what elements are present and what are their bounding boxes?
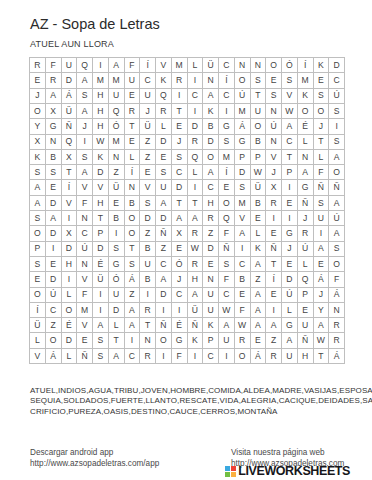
grid-cell-r6-c16[interactable]: N: [265, 134, 281, 149]
grid-cell-r16-c17[interactable]: Ú: [281, 287, 297, 302]
grid-cell-r12-c9[interactable]: Ñ: [155, 225, 171, 240]
grid-cell-r12-c15[interactable]: L: [250, 225, 266, 240]
grid-cell-r15-c20[interactable]: F: [328, 271, 344, 286]
grid-cell-r1-c4[interactable]: Q: [76, 57, 92, 72]
grid-cell-r12-c10[interactable]: X: [171, 225, 187, 240]
grid-cell-r11-c5[interactable]: T: [92, 210, 108, 225]
grid-cell-r16-c6[interactable]: U: [108, 287, 124, 302]
grid-cell-r8-c7[interactable]: Í: [124, 164, 140, 179]
grid-cell-r14-c11[interactable]: R: [187, 256, 203, 271]
grid-cell-r9-c14[interactable]: S: [234, 179, 250, 194]
grid-cell-r18-c11[interactable]: Ñ: [187, 317, 203, 332]
grid-cell-r7-c9[interactable]: E: [155, 149, 171, 164]
grid-cell-r18-c19[interactable]: A: [313, 317, 329, 332]
grid-cell-r9-c3[interactable]: Í: [61, 179, 77, 194]
grid-cell-r18-c7[interactable]: A: [124, 317, 140, 332]
grid-cell-r12-c2[interactable]: D: [45, 225, 61, 240]
grid-cell-r19-c1[interactable]: L: [29, 332, 45, 347]
grid-cell-r20-c19[interactable]: T: [313, 348, 329, 363]
grid-cell-r7-c10[interactable]: S: [171, 149, 187, 164]
grid-cell-r19-c15[interactable]: E: [250, 332, 266, 347]
grid-cell-r12-c1[interactable]: O: [29, 225, 45, 240]
grid-cell-r14-c12[interactable]: E: [202, 256, 218, 271]
grid-cell-r5-c11[interactable]: D: [187, 118, 203, 133]
grid-cell-r7-c3[interactable]: X: [61, 149, 77, 164]
grid-cell-r20-c17[interactable]: U: [281, 348, 297, 363]
grid-cell-r20-c16[interactable]: R: [265, 348, 281, 363]
grid-cell-r4-c3[interactable]: Ü: [61, 103, 77, 118]
grid-cell-r8-c8[interactable]: E: [139, 164, 155, 179]
grid-cell-r3-c1[interactable]: J: [29, 88, 45, 103]
grid-cell-r13-c1[interactable]: P: [29, 241, 45, 256]
grid-cell-r3-c7[interactable]: E: [124, 88, 140, 103]
grid-cell-r14-c16[interactable]: T: [265, 256, 281, 271]
grid-cell-r19-c14[interactable]: R: [234, 332, 250, 347]
grid-cell-r9-c15[interactable]: Ü: [250, 179, 266, 194]
grid-cell-r17-c8[interactable]: R: [139, 302, 155, 317]
grid-cell-r1-c11[interactable]: L: [187, 57, 203, 72]
grid-cell-r4-c9[interactable]: R: [155, 103, 171, 118]
grid-cell-r6-c9[interactable]: D: [155, 134, 171, 149]
grid-cell-r4-c5[interactable]: H: [92, 103, 108, 118]
grid-cell-r6-c14[interactable]: G: [234, 134, 250, 149]
grid-cell-r13-c5[interactable]: D: [92, 241, 108, 256]
grid-cell-r5-c16[interactable]: Ú: [265, 118, 281, 133]
grid-cell-r13-c8[interactable]: B: [139, 241, 155, 256]
grid-cell-r13-c13[interactable]: Ñ: [218, 241, 234, 256]
grid-cell-r10-c16[interactable]: R: [265, 195, 281, 210]
grid-cell-r6-c4[interactable]: I: [76, 134, 92, 149]
grid-cell-r1-c14[interactable]: N: [234, 57, 250, 72]
grid-cell-r16-c15[interactable]: A: [250, 287, 266, 302]
grid-cell-r19-c2[interactable]: O: [45, 332, 61, 347]
grid-cell-r16-c4[interactable]: F: [76, 287, 92, 302]
grid-cell-r1-c6[interactable]: A: [108, 57, 124, 72]
grid-cell-r16-c9[interactable]: D: [155, 287, 171, 302]
grid-cell-r13-c11[interactable]: W: [187, 241, 203, 256]
grid-cell-r5-c10[interactable]: E: [171, 118, 187, 133]
grid-cell-r3-c19[interactable]: S: [313, 88, 329, 103]
grid-cell-r18-c18[interactable]: U: [297, 317, 313, 332]
grid-cell-r7-c6[interactable]: N: [108, 149, 124, 164]
grid-cell-r17-c12[interactable]: U: [202, 302, 218, 317]
grid-cell-r10-c10[interactable]: T: [171, 195, 187, 210]
grid-cell-r8-c15[interactable]: W: [250, 164, 266, 179]
grid-cell-r7-c5[interactable]: K: [92, 149, 108, 164]
grid-cell-r6-c7[interactable]: E: [124, 134, 140, 149]
grid-cell-r2-c4[interactable]: A: [76, 72, 92, 87]
grid-cell-r1-c1[interactable]: R: [29, 57, 45, 72]
grid-cell-r2-c10[interactable]: R: [171, 72, 187, 87]
grid-cell-r9-c10[interactable]: D: [171, 179, 187, 194]
grid-cell-r8-c16[interactable]: J: [265, 164, 281, 179]
grid-cell-r7-c4[interactable]: S: [76, 149, 92, 164]
grid-cell-r13-c9[interactable]: Z: [155, 241, 171, 256]
grid-cell-r19-c5[interactable]: S: [92, 332, 108, 347]
grid-cell-r12-c11[interactable]: R: [187, 225, 203, 240]
grid-cell-r9-c1[interactable]: A: [29, 179, 45, 194]
grid-cell-r16-c2[interactable]: Ú: [45, 287, 61, 302]
grid-cell-r19-c7[interactable]: I: [124, 332, 140, 347]
grid-cell-r16-c20[interactable]: Á: [328, 287, 344, 302]
grid-cell-r15-c4[interactable]: V: [76, 271, 92, 286]
grid-cell-r16-c19[interactable]: J: [313, 287, 329, 302]
grid-cell-r15-c17[interactable]: D: [281, 271, 297, 286]
grid-cell-r9-c17[interactable]: I: [281, 179, 297, 194]
grid-cell-r14-c19[interactable]: E: [313, 256, 329, 271]
grid-cell-r13-c20[interactable]: S: [328, 241, 344, 256]
grid-cell-r1-c16[interactable]: O: [265, 57, 281, 72]
grid-cell-r6-c1[interactable]: X: [29, 134, 45, 149]
grid-cell-r15-c1[interactable]: E: [29, 271, 45, 286]
grid-cell-r13-c4[interactable]: Ú: [76, 241, 92, 256]
grid-cell-r2-c13[interactable]: Í: [218, 72, 234, 87]
grid-cell-r15-c10[interactable]: J: [171, 271, 187, 286]
grid-cell-r3-c16[interactable]: S: [265, 88, 281, 103]
grid-cell-r15-c15[interactable]: Z: [250, 271, 266, 286]
grid-cell-r2-c17[interactable]: S: [281, 72, 297, 87]
grid-cell-r14-c8[interactable]: U: [139, 256, 155, 271]
grid-cell-r20-c11[interactable]: I: [187, 348, 203, 363]
grid-cell-r3-c4[interactable]: S: [76, 88, 92, 103]
grid-cell-r16-c14[interactable]: E: [234, 287, 250, 302]
grid-cell-r8-c1[interactable]: S: [29, 164, 45, 179]
grid-cell-r14-c10[interactable]: Ó: [171, 256, 187, 271]
grid-cell-r10-c15[interactable]: B: [250, 195, 266, 210]
grid-cell-r8-c19[interactable]: F: [313, 164, 329, 179]
grid-cell-r1-c18[interactable]: Í: [297, 57, 313, 72]
grid-cell-r11-c6[interactable]: B: [108, 210, 124, 225]
grid-cell-r20-c13[interactable]: I: [218, 348, 234, 363]
grid-cell-r6-c13[interactable]: S: [218, 134, 234, 149]
grid-cell-r2-c15[interactable]: S: [250, 72, 266, 87]
grid-cell-r3-c20[interactable]: Ú: [328, 88, 344, 103]
grid-cell-r11-c10[interactable]: A: [171, 210, 187, 225]
grid-cell-r8-c2[interactable]: S: [45, 164, 61, 179]
grid-cell-r11-c20[interactable]: Ú: [328, 210, 344, 225]
grid-cell-r6-c20[interactable]: S: [328, 134, 344, 149]
grid-cell-r7-c17[interactable]: T: [281, 149, 297, 164]
grid-cell-r6-c8[interactable]: Z: [139, 134, 155, 149]
grid-cell-r11-c13[interactable]: Q: [218, 210, 234, 225]
grid-cell-r10-c14[interactable]: M: [234, 195, 250, 210]
grid-cell-r11-c3[interactable]: I: [61, 210, 77, 225]
grid-cell-r10-c5[interactable]: H: [92, 195, 108, 210]
grid-cell-r14-c20[interactable]: O: [328, 256, 344, 271]
grid-cell-r18-c17[interactable]: G: [281, 317, 297, 332]
grid-cell-r5-c2[interactable]: G: [45, 118, 61, 133]
grid-cell-r19-c6[interactable]: T: [108, 332, 124, 347]
grid-cell-r18-c3[interactable]: É: [61, 317, 77, 332]
grid-cell-r20-c18[interactable]: H: [297, 348, 313, 363]
grid-cell-r11-c19[interactable]: U: [313, 210, 329, 225]
grid-cell-r1-c20[interactable]: D: [328, 57, 344, 72]
grid-cell-r13-c7[interactable]: T: [124, 241, 140, 256]
grid-cell-r1-c17[interactable]: Ó: [281, 57, 297, 72]
grid-cell-r7-c13[interactable]: M: [218, 149, 234, 164]
grid-cell-r4-c7[interactable]: R: [124, 103, 140, 118]
grid-cell-r7-c14[interactable]: P: [234, 149, 250, 164]
grid-cell-r17-c6[interactable]: D: [108, 302, 124, 317]
grid-cell-r19-c20[interactable]: R: [328, 332, 344, 347]
grid-cell-r8-c13[interactable]: Í: [218, 164, 234, 179]
grid-cell-r4-c12[interactable]: K: [202, 103, 218, 118]
grid-cell-r9-c6[interactable]: Ü: [108, 179, 124, 194]
grid-cell-r20-c5[interactable]: S: [92, 348, 108, 363]
grid-cell-r12-c8[interactable]: Z: [139, 225, 155, 240]
grid-cell-r11-c9[interactable]: D: [155, 210, 171, 225]
grid-cell-r13-c3[interactable]: D: [61, 241, 77, 256]
grid-cell-r11-c12[interactable]: R: [202, 210, 218, 225]
grid-cell-r15-c19[interactable]: Á: [313, 271, 329, 286]
grid-cell-r20-c4[interactable]: Ñ: [76, 348, 92, 363]
grid-cell-r20-c14[interactable]: O: [234, 348, 250, 363]
grid-cell-r16-c18[interactable]: P: [297, 287, 313, 302]
grid-cell-r1-c7[interactable]: F: [124, 57, 140, 72]
grid-cell-r20-c3[interactable]: L: [61, 348, 77, 363]
grid-cell-r10-c19[interactable]: S: [313, 195, 329, 210]
grid-cell-r15-c7[interactable]: Á: [124, 271, 140, 286]
grid-cell-r5-c4[interactable]: J: [76, 118, 92, 133]
grid-cell-r13-c15[interactable]: K: [250, 241, 266, 256]
grid-cell-r13-c10[interactable]: E: [171, 241, 187, 256]
grid-cell-r3-c9[interactable]: Q: [155, 88, 171, 103]
grid-cell-r5-c19[interactable]: J: [313, 118, 329, 133]
grid-cell-r13-c18[interactable]: Ú: [297, 241, 313, 256]
grid-cell-r11-c1[interactable]: S: [29, 210, 45, 225]
grid-cell-r16-c7[interactable]: Z: [124, 287, 140, 302]
grid-cell-r18-c2[interactable]: Z: [45, 317, 61, 332]
grid-cell-r14-c5[interactable]: É: [92, 256, 108, 271]
grid-cell-r17-c15[interactable]: A: [250, 302, 266, 317]
grid-cell-r17-c16[interactable]: I: [265, 302, 281, 317]
grid-cell-r2-c18[interactable]: M: [297, 72, 313, 87]
grid-cell-r12-c18[interactable]: R: [297, 225, 313, 240]
grid-cell-r15-c13[interactable]: F: [218, 271, 234, 286]
grid-cell-r17-c2[interactable]: C: [45, 302, 61, 317]
grid-cell-r1-c10[interactable]: M: [171, 57, 187, 72]
grid-cell-r20-c20[interactable]: Á: [328, 348, 344, 363]
grid-cell-r16-c13[interactable]: C: [218, 287, 234, 302]
grid-cell-r4-c2[interactable]: X: [45, 103, 61, 118]
grid-cell-r2-c19[interactable]: E: [313, 72, 329, 87]
grid-cell-r5-c15[interactable]: O: [250, 118, 266, 133]
grid-cell-r15-c2[interactable]: D: [45, 271, 61, 286]
grid-cell-r14-c14[interactable]: C: [234, 256, 250, 271]
grid-cell-r1-c13[interactable]: C: [218, 57, 234, 72]
grid-cell-r7-c11[interactable]: Q: [187, 149, 203, 164]
grid-cell-r2-c16[interactable]: E: [265, 72, 281, 87]
grid-cell-r10-c2[interactable]: D: [45, 195, 61, 210]
grid-cell-r5-c8[interactable]: Ü: [139, 118, 155, 133]
grid-cell-r4-c15[interactable]: U: [250, 103, 266, 118]
grid-cell-r1-c19[interactable]: K: [313, 57, 329, 72]
grid-cell-r17-c17[interactable]: L: [281, 302, 297, 317]
grid-cell-r8-c9[interactable]: S: [155, 164, 171, 179]
grid-cell-r18-c9[interactable]: Ñ: [155, 317, 171, 332]
grid-cell-r17-c14[interactable]: F: [234, 302, 250, 317]
grid-cell-r3-c14[interactable]: Ú: [234, 88, 250, 103]
grid-cell-r6-c15[interactable]: B: [250, 134, 266, 149]
grid-cell-r18-c16[interactable]: A: [265, 317, 281, 332]
grid-cell-r5-c1[interactable]: Y: [29, 118, 45, 133]
grid-cell-r14-c7[interactable]: S: [124, 256, 140, 271]
grid-cell-r13-c2[interactable]: I: [45, 241, 61, 256]
grid-cell-r14-c1[interactable]: S: [29, 256, 45, 271]
grid-cell-r9-c8[interactable]: V: [139, 179, 155, 194]
grid-cell-r16-c11[interactable]: A: [187, 287, 203, 302]
grid-cell-r4-c17[interactable]: W: [281, 103, 297, 118]
grid-cell-r3-c3[interactable]: Á: [61, 88, 77, 103]
grid-cell-r17-c3[interactable]: O: [61, 302, 77, 317]
grid-cell-r5-c18[interactable]: É: [297, 118, 313, 133]
grid-cell-r9-c7[interactable]: N: [124, 179, 140, 194]
grid-cell-r10-c11[interactable]: T: [187, 195, 203, 210]
grid-cell-r8-c5[interactable]: D: [92, 164, 108, 179]
grid-cell-r16-c8[interactable]: I: [139, 287, 155, 302]
grid-cell-r19-c12[interactable]: P: [202, 332, 218, 347]
grid-cell-r18-c20[interactable]: R: [328, 317, 344, 332]
grid-cell-r4-c6[interactable]: Q: [108, 103, 124, 118]
grid-cell-r5-c7[interactable]: T: [124, 118, 140, 133]
grid-cell-r20-c12[interactable]: C: [202, 348, 218, 363]
grid-cell-r3-c18[interactable]: K: [297, 88, 313, 103]
grid-cell-r5-c5[interactable]: H: [92, 118, 108, 133]
grid-cell-r11-c8[interactable]: D: [139, 210, 155, 225]
grid-cell-r10-c17[interactable]: E: [281, 195, 297, 210]
grid-cell-r19-c10[interactable]: G: [171, 332, 187, 347]
grid-cell-r20-c8[interactable]: R: [139, 348, 155, 363]
grid-cell-r15-c9[interactable]: A: [155, 271, 171, 286]
grid-cell-r1-c2[interactable]: F: [45, 57, 61, 72]
grid-cell-r18-c12[interactable]: K: [202, 317, 218, 332]
grid-cell-r17-c20[interactable]: N: [328, 302, 344, 317]
grid-cell-r11-c2[interactable]: A: [45, 210, 61, 225]
grid-cell-r19-c19[interactable]: W: [313, 332, 329, 347]
grid-cell-r8-c3[interactable]: T: [61, 164, 77, 179]
grid-cell-r10-c13[interactable]: O: [218, 195, 234, 210]
grid-cell-r7-c18[interactable]: N: [297, 149, 313, 164]
grid-cell-r10-c12[interactable]: H: [202, 195, 218, 210]
grid-cell-r17-c1[interactable]: Í: [29, 302, 45, 317]
grid-cell-r4-c8[interactable]: J: [139, 103, 155, 118]
grid-cell-r10-c1[interactable]: A: [29, 195, 45, 210]
grid-cell-r7-c19[interactable]: L: [313, 149, 329, 164]
grid-cell-r8-c11[interactable]: L: [187, 164, 203, 179]
grid-cell-r12-c16[interactable]: E: [265, 225, 281, 240]
grid-cell-r9-c13[interactable]: E: [218, 179, 234, 194]
grid-cell-r1-c5[interactable]: I: [92, 57, 108, 72]
grid-cell-r18-c4[interactable]: V: [76, 317, 92, 332]
grid-cell-r10-c20[interactable]: A: [328, 195, 344, 210]
grid-cell-r18-c8[interactable]: T: [139, 317, 155, 332]
grid-cell-r14-c15[interactable]: A: [250, 256, 266, 271]
grid-cell-r4-c16[interactable]: N: [265, 103, 281, 118]
grid-cell-r8-c6[interactable]: Z: [108, 164, 124, 179]
grid-cell-r1-c9[interactable]: V: [155, 57, 171, 72]
grid-cell-r13-c19[interactable]: A: [313, 241, 329, 256]
grid-cell-r6-c6[interactable]: M: [108, 134, 124, 149]
grid-cell-r12-c14[interactable]: A: [234, 225, 250, 240]
grid-cell-r14-c9[interactable]: C: [155, 256, 171, 271]
grid-cell-r20-c9[interactable]: I: [155, 348, 171, 363]
grid-cell-r4-c13[interactable]: I: [218, 103, 234, 118]
grid-cell-r12-c13[interactable]: F: [218, 225, 234, 240]
grid-cell-r19-c11[interactable]: K: [187, 332, 203, 347]
grid-cell-r8-c10[interactable]: C: [171, 164, 187, 179]
grid-cell-r13-c16[interactable]: Ñ: [265, 241, 281, 256]
grid-cell-r8-c17[interactable]: P: [281, 164, 297, 179]
grid-cell-r10-c9[interactable]: A: [155, 195, 171, 210]
grid-cell-r6-c12[interactable]: D: [202, 134, 218, 149]
grid-cell-r7-c16[interactable]: V: [265, 149, 281, 164]
grid-cell-r15-c14[interactable]: B: [234, 271, 250, 286]
grid-cell-r2-c1[interactable]: E: [29, 72, 45, 87]
grid-cell-r19-c16[interactable]: Z: [265, 332, 281, 347]
grid-cell-r9-c2[interactable]: E: [45, 179, 61, 194]
grid-cell-r16-c1[interactable]: O: [29, 287, 45, 302]
grid-cell-r18-c6[interactable]: L: [108, 317, 124, 332]
grid-cell-r17-c4[interactable]: M: [76, 302, 92, 317]
grid-cell-r12-c6[interactable]: I: [108, 225, 124, 240]
grid-cell-r2-c7[interactable]: U: [124, 72, 140, 87]
grid-cell-r17-c18[interactable]: E: [297, 302, 313, 317]
grid-cell-r13-c17[interactable]: J: [281, 241, 297, 256]
grid-cell-r5-c3[interactable]: Ñ: [61, 118, 77, 133]
grid-cell-r14-c17[interactable]: E: [281, 256, 297, 271]
grid-cell-r10-c3[interactable]: V: [61, 195, 77, 210]
grid-cell-r6-c19[interactable]: T: [313, 134, 329, 149]
grid-cell-r19-c4[interactable]: E: [76, 332, 92, 347]
grid-cell-r2-c5[interactable]: M: [92, 72, 108, 87]
grid-cell-r16-c5[interactable]: I: [92, 287, 108, 302]
grid-cell-r6-c17[interactable]: C: [281, 134, 297, 149]
grid-cell-r10-c18[interactable]: Ñ: [297, 195, 313, 210]
grid-cell-r8-c12[interactable]: A: [202, 164, 218, 179]
grid-cell-r18-c1[interactable]: Ü: [29, 317, 45, 332]
grid-cell-r20-c10[interactable]: F: [171, 348, 187, 363]
grid-cell-r15-c16[interactable]: Í: [265, 271, 281, 286]
grid-cell-r4-c11[interactable]: I: [187, 103, 203, 118]
grid-cell-r11-c15[interactable]: E: [250, 210, 266, 225]
grid-cell-r12-c5[interactable]: P: [92, 225, 108, 240]
grid-cell-r11-c11[interactable]: A: [187, 210, 203, 225]
grid-cell-r18-c13[interactable]: A: [218, 317, 234, 332]
grid-cell-r11-c7[interactable]: O: [124, 210, 140, 225]
grid-cell-r17-c9[interactable]: I: [155, 302, 171, 317]
grid-cell-r3-c11[interactable]: C: [187, 88, 203, 103]
grid-cell-r9-c11[interactable]: I: [187, 179, 203, 194]
grid-cell-r15-c5[interactable]: Ü: [92, 271, 108, 286]
grid-cell-r12-c19[interactable]: I: [313, 225, 329, 240]
grid-cell-r15-c3[interactable]: I: [61, 271, 77, 286]
grid-cell-r2-c20[interactable]: C: [328, 72, 344, 87]
grid-cell-r12-c17[interactable]: G: [281, 225, 297, 240]
grid-cell-r10-c6[interactable]: E: [108, 195, 124, 210]
grid-cell-r7-c8[interactable]: Z: [139, 149, 155, 164]
grid-cell-r16-c16[interactable]: E: [265, 287, 281, 302]
grid-cell-r5-c20[interactable]: I: [328, 118, 344, 133]
grid-cell-r12-c7[interactable]: O: [124, 225, 140, 240]
grid-cell-r2-c8[interactable]: C: [139, 72, 155, 87]
grid-cell-r2-c3[interactable]: D: [61, 72, 77, 87]
word-search-grid[interactable]: RFUQIAFÍVMLÜCNNOÓÍKDERDAMMUCKRINÍOSESMEC…: [29, 57, 345, 364]
grid-cell-r17-c19[interactable]: Y: [313, 302, 329, 317]
grid-cell-r11-c16[interactable]: I: [265, 210, 281, 225]
grid-cell-r3-c10[interactable]: I: [171, 88, 187, 103]
grid-cell-r3-c13[interactable]: C: [218, 88, 234, 103]
grid-cell-r14-c3[interactable]: H: [61, 256, 77, 271]
